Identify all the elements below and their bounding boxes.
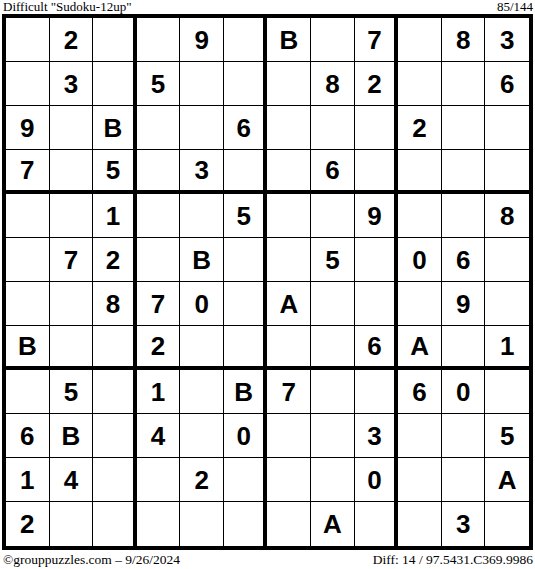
cell-r8c7-empty[interactable] (267, 326, 311, 370)
cell-r10c6-given: 0 (224, 414, 268, 458)
cell-r7c7-given: A (267, 282, 311, 326)
cell-r5c5-empty[interactable] (180, 194, 224, 238)
cell-r1c11-given: 8 (442, 18, 486, 62)
cell-r5c10-empty[interactable] (398, 194, 442, 238)
cell-r9c8-empty[interactable] (311, 370, 355, 414)
cell-r1c9-given: 7 (355, 18, 399, 62)
cell-r11c12-given: A (485, 458, 529, 502)
cell-r3c3-given: B (93, 106, 137, 150)
cell-r11c5-given: 2 (180, 458, 224, 502)
cell-r10c11-empty[interactable] (442, 414, 486, 458)
cell-r8c5-empty[interactable] (180, 326, 224, 370)
cell-r6c10-given: 0 (398, 238, 442, 282)
cell-r2c6-empty[interactable] (224, 62, 268, 106)
cell-r2c12-given: 6 (485, 62, 529, 106)
empty-cell-counter: 85/144 (497, 0, 533, 14)
cell-r11c2-given: 4 (50, 458, 94, 502)
cell-r9c10-given: 6 (398, 370, 442, 414)
cell-r7c11-given: 9 (442, 282, 486, 326)
cell-r11c4-empty[interactable] (137, 458, 181, 502)
cell-r9c3-empty[interactable] (93, 370, 137, 414)
cell-r2c4-given: 5 (137, 62, 181, 106)
cell-r7c4-given: 7 (137, 282, 181, 326)
cell-r3c8-empty[interactable] (311, 106, 355, 150)
cell-r7c9-empty[interactable] (355, 282, 399, 326)
cell-r5c12-given: 8 (485, 194, 529, 238)
cell-r8c3-empty[interactable] (93, 326, 137, 370)
cell-r2c8-given: 8 (311, 62, 355, 106)
cell-r10c10-empty[interactable] (398, 414, 442, 458)
cell-r9c12-empty[interactable] (485, 370, 529, 414)
cell-r12c2-empty[interactable] (50, 502, 94, 546)
cell-r9c11-given: 0 (442, 370, 486, 414)
cell-r4c1-given: 7 (6, 150, 50, 194)
cell-r4c9-empty[interactable] (355, 150, 399, 194)
cell-r8c8-empty[interactable] (311, 326, 355, 370)
cell-r10c2-given: B (50, 414, 94, 458)
cell-r6c6-empty[interactable] (224, 238, 268, 282)
cell-r8c10-given: A (398, 326, 442, 370)
cell-r3c11-empty[interactable] (442, 106, 486, 150)
cell-r4c2-empty[interactable] (50, 150, 94, 194)
cell-r2c11-empty[interactable] (442, 62, 486, 106)
cell-r10c7-empty[interactable] (267, 414, 311, 458)
cell-r7c8-empty[interactable] (311, 282, 355, 326)
cell-r5c8-empty[interactable] (311, 194, 355, 238)
cell-r6c4-empty[interactable] (137, 238, 181, 282)
sudoku-board: 29B783358269B627536159872B506870A9B26A15… (2, 14, 533, 550)
cell-r12c10-empty[interactable] (398, 502, 442, 546)
cell-r3c7-empty[interactable] (267, 106, 311, 150)
cell-r1c7-given: B (267, 18, 311, 62)
copyright-date: ©grouppuzzles.com – 9/26/2024 (3, 551, 180, 569)
cell-r11c6-empty[interactable] (224, 458, 268, 502)
cell-r7c3-given: 8 (93, 282, 137, 326)
cell-r2c3-empty[interactable] (93, 62, 137, 106)
cell-r11c9-given: 0 (355, 458, 399, 502)
cell-r1c8-empty[interactable] (311, 18, 355, 62)
cell-r7c12-empty[interactable] (485, 282, 529, 326)
cell-r10c5-empty[interactable] (180, 414, 224, 458)
cell-r7c2-empty[interactable] (50, 282, 94, 326)
cell-r2c1-empty[interactable] (6, 62, 50, 106)
cell-r3c1-given: 9 (6, 106, 50, 150)
cell-r11c3-empty[interactable] (93, 458, 137, 502)
cell-r9c5-empty[interactable] (180, 370, 224, 414)
cell-r5c6-given: 5 (224, 194, 268, 238)
cell-r6c5-given: B (180, 238, 224, 282)
cell-r3c6-given: 6 (224, 106, 268, 150)
cell-r5c1-empty[interactable] (6, 194, 50, 238)
cell-r7c5-given: 0 (180, 282, 224, 326)
cell-r12c5-empty[interactable] (180, 502, 224, 546)
cell-r4c5-given: 3 (180, 150, 224, 194)
cell-r11c1-given: 1 (6, 458, 50, 502)
cell-r9c1-empty[interactable] (6, 370, 50, 414)
cell-r6c9-empty[interactable] (355, 238, 399, 282)
cell-r8c2-empty[interactable] (50, 326, 94, 370)
cell-r6c1-empty[interactable] (6, 238, 50, 282)
cell-r3c4-empty[interactable] (137, 106, 181, 150)
cell-r7c6-empty[interactable] (224, 282, 268, 326)
puzzle-page: Difficult "Sudoku-12up" 85/144 29B783358… (0, 0, 535, 569)
cell-r4c12-empty[interactable] (485, 150, 529, 194)
cell-r12c3-empty[interactable] (93, 502, 137, 546)
cell-r1c5-given: 9 (180, 18, 224, 62)
cell-r6c7-empty[interactable] (267, 238, 311, 282)
cell-r5c7-empty[interactable] (267, 194, 311, 238)
cell-r8c4-given: 2 (137, 326, 181, 370)
cell-r1c2-given: 2 (50, 18, 94, 62)
cell-r8c12-given: 1 (485, 326, 529, 370)
cell-r2c5-empty[interactable] (180, 62, 224, 106)
cell-r7c10-empty[interactable] (398, 282, 442, 326)
cell-r8c6-empty[interactable] (224, 326, 268, 370)
cell-r12c6-empty[interactable] (224, 502, 268, 546)
cell-r2c7-empty[interactable] (267, 62, 311, 106)
cell-r8c9-given: 6 (355, 326, 399, 370)
cell-r10c8-empty[interactable] (311, 414, 355, 458)
cell-r10c4-given: 4 (137, 414, 181, 458)
cell-r4c10-empty[interactable] (398, 150, 442, 194)
cell-r6c11-given: 6 (442, 238, 486, 282)
cell-r9c6-given: B (224, 370, 268, 414)
cell-r5c3-given: 1 (93, 194, 137, 238)
cell-r3c5-empty[interactable] (180, 106, 224, 150)
cell-r10c1-given: 6 (6, 414, 50, 458)
cell-r12c12-empty[interactable] (485, 502, 529, 546)
cell-r1c4-empty[interactable] (137, 18, 181, 62)
cell-r5c4-empty[interactable] (137, 194, 181, 238)
cell-r11c7-empty[interactable] (267, 458, 311, 502)
cell-r3c2-empty[interactable] (50, 106, 94, 150)
cell-r6c2-given: 7 (50, 238, 94, 282)
cell-r12c11-given: 3 (442, 502, 486, 546)
cell-r6c8-given: 5 (311, 238, 355, 282)
cell-r12c9-empty[interactable] (355, 502, 399, 546)
cell-r4c11-empty[interactable] (442, 150, 486, 194)
cell-r3c10-given: 2 (398, 106, 442, 150)
cell-r12c7-empty[interactable] (267, 502, 311, 546)
cell-r10c9-given: 3 (355, 414, 399, 458)
cell-r8c11-empty[interactable] (442, 326, 486, 370)
cell-r1c10-empty[interactable] (398, 18, 442, 62)
cell-r11c10-empty[interactable] (398, 458, 442, 502)
cell-r5c9-given: 9 (355, 194, 399, 238)
cell-r10c12-given: 5 (485, 414, 529, 458)
cell-r6c3-given: 2 (93, 238, 137, 282)
cell-r8c1-given: B (6, 326, 50, 370)
header: Difficult "Sudoku-12up" 85/144 (3, 0, 533, 14)
cell-r4c6-empty[interactable] (224, 150, 268, 194)
cell-r4c4-empty[interactable] (137, 150, 181, 194)
cell-r12c1-given: 2 (6, 502, 50, 546)
cell-r11c11-empty[interactable] (442, 458, 486, 502)
footer: ©grouppuzzles.com – 9/26/2024 Diff: 14 /… (3, 551, 533, 569)
cell-r4c7-empty[interactable] (267, 150, 311, 194)
cell-r7c1-empty[interactable] (6, 282, 50, 326)
puzzle-title: Difficult "Sudoku-12up" (3, 0, 131, 14)
cell-r6c12-empty[interactable] (485, 238, 529, 282)
cell-r3c9-empty[interactable] (355, 106, 399, 150)
cell-r9c9-empty[interactable] (355, 370, 399, 414)
cell-r9c2-given: 5 (50, 370, 94, 414)
cell-r4c3-given: 5 (93, 150, 137, 194)
cell-r3c12-empty[interactable] (485, 106, 529, 150)
cell-r10c3-empty[interactable] (93, 414, 137, 458)
cell-r9c7-given: 7 (267, 370, 311, 414)
cell-r4c8-given: 6 (311, 150, 355, 194)
cell-r1c3-empty[interactable] (93, 18, 137, 62)
cell-r12c8-given: A (311, 502, 355, 546)
cell-r1c1-empty[interactable] (6, 18, 50, 62)
cell-r5c2-empty[interactable] (50, 194, 94, 238)
cell-r11c8-empty[interactable] (311, 458, 355, 502)
cell-r1c6-empty[interactable] (224, 18, 268, 62)
cell-r2c2-given: 3 (50, 62, 94, 106)
difficulty-info: Diff: 14 / 97.5431.C369.9986 (373, 551, 533, 569)
cell-r9c4-given: 1 (137, 370, 181, 414)
cell-r2c10-empty[interactable] (398, 62, 442, 106)
cell-r1c12-given: 3 (485, 18, 529, 62)
cell-r5c11-empty[interactable] (442, 194, 486, 238)
cell-r12c4-empty[interactable] (137, 502, 181, 546)
cell-r2c9-given: 2 (355, 62, 399, 106)
